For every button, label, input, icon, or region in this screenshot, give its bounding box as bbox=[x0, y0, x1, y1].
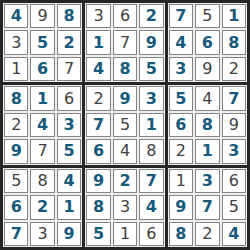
cell-r5c1[interactable]: 2 bbox=[4, 113, 28, 137]
cell-r2c1[interactable]: 3 bbox=[4, 30, 28, 54]
cell-r5c9[interactable]: 9 bbox=[222, 113, 246, 137]
cell-r4c3[interactable]: 6 bbox=[57, 86, 81, 110]
cell-r2c4[interactable]: 1 bbox=[86, 30, 110, 54]
cell-r4c7[interactable]: 5 bbox=[169, 86, 193, 110]
box-2-2: 293751648 bbox=[85, 85, 164, 164]
cell-r4c9[interactable]: 7 bbox=[222, 86, 246, 110]
cell-r6c6[interactable]: 8 bbox=[139, 139, 163, 163]
cell-r5c3[interactable]: 3 bbox=[57, 113, 81, 137]
cell-r5c4[interactable]: 7 bbox=[86, 113, 110, 137]
cell-r8c3[interactable]: 1 bbox=[57, 195, 81, 219]
cell-r1c7[interactable]: 7 bbox=[169, 4, 193, 28]
cell-r4c2[interactable]: 1 bbox=[30, 86, 54, 110]
cell-r9c4[interactable]: 5 bbox=[86, 222, 110, 246]
cell-r2c6[interactable]: 9 bbox=[139, 30, 163, 54]
cell-r1c1[interactable]: 4 bbox=[4, 4, 28, 28]
cell-r9c9[interactable]: 4 bbox=[222, 222, 246, 246]
cell-r9c6[interactable]: 6 bbox=[139, 222, 163, 246]
cell-r3c4[interactable]: 4 bbox=[86, 57, 110, 81]
cell-r8c9[interactable]: 5 bbox=[222, 195, 246, 219]
cell-r9c7[interactable]: 8 bbox=[169, 222, 193, 246]
cell-r4c8[interactable]: 4 bbox=[195, 86, 219, 110]
cell-r1c5[interactable]: 6 bbox=[113, 4, 137, 28]
cell-r2c7[interactable]: 4 bbox=[169, 30, 193, 54]
cell-r7c5[interactable]: 2 bbox=[113, 169, 137, 193]
cell-r3c6[interactable]: 5 bbox=[139, 57, 163, 81]
box-2-3: 547689213 bbox=[168, 85, 247, 164]
cell-r3c7[interactable]: 3 bbox=[169, 57, 193, 81]
cell-r5c5[interactable]: 5 bbox=[113, 113, 137, 137]
cell-r4c6[interactable]: 3 bbox=[139, 86, 163, 110]
cell-r2c9[interactable]: 8 bbox=[222, 30, 246, 54]
cell-r6c7[interactable]: 2 bbox=[169, 139, 193, 163]
cell-r8c4[interactable]: 8 bbox=[86, 195, 110, 219]
cell-r5c7[interactable]: 6 bbox=[169, 113, 193, 137]
cell-r8c1[interactable]: 6 bbox=[4, 195, 28, 219]
box-1-2: 362179485 bbox=[85, 3, 164, 82]
cell-r8c2[interactable]: 2 bbox=[30, 195, 54, 219]
cell-r6c3[interactable]: 5 bbox=[57, 139, 81, 163]
cell-r8c6[interactable]: 4 bbox=[139, 195, 163, 219]
cell-r6c9[interactable]: 3 bbox=[222, 139, 246, 163]
cell-r7c7[interactable]: 1 bbox=[169, 169, 193, 193]
cell-r2c8[interactable]: 6 bbox=[195, 30, 219, 54]
cell-r1c6[interactable]: 2 bbox=[139, 4, 163, 28]
cell-r1c4[interactable]: 3 bbox=[86, 4, 110, 28]
cell-r9c8[interactable]: 2 bbox=[195, 222, 219, 246]
box-2-1: 816243975 bbox=[3, 85, 82, 164]
cell-r6c8[interactable]: 1 bbox=[195, 139, 219, 163]
cell-r4c5[interactable]: 9 bbox=[113, 86, 137, 110]
cell-r8c5[interactable]: 3 bbox=[113, 195, 137, 219]
cell-r9c1[interactable]: 7 bbox=[4, 222, 28, 246]
cell-r8c7[interactable]: 9 bbox=[169, 195, 193, 219]
box-3-1: 584621739 bbox=[3, 168, 82, 247]
cell-r7c3[interactable]: 4 bbox=[57, 169, 81, 193]
cell-r6c5[interactable]: 4 bbox=[113, 139, 137, 163]
cell-r9c5[interactable]: 1 bbox=[113, 222, 137, 246]
cell-r7c4[interactable]: 9 bbox=[86, 169, 110, 193]
cell-r1c9[interactable]: 1 bbox=[222, 4, 246, 28]
box-1-1: 498352167 bbox=[3, 3, 82, 82]
cell-r7c2[interactable]: 8 bbox=[30, 169, 54, 193]
cell-r9c3[interactable]: 9 bbox=[57, 222, 81, 246]
cell-r9c2[interactable]: 3 bbox=[30, 222, 54, 246]
cell-r1c2[interactable]: 9 bbox=[30, 4, 54, 28]
cell-r3c9[interactable]: 2 bbox=[222, 57, 246, 81]
cell-r7c6[interactable]: 7 bbox=[139, 169, 163, 193]
cell-r7c9[interactable]: 6 bbox=[222, 169, 246, 193]
cell-r3c3[interactable]: 7 bbox=[57, 57, 81, 81]
cell-r7c1[interactable]: 5 bbox=[4, 169, 28, 193]
cell-r1c3[interactable]: 8 bbox=[57, 4, 81, 28]
cell-r6c2[interactable]: 7 bbox=[30, 139, 54, 163]
box-3-2: 927834516 bbox=[85, 168, 164, 247]
cell-r8c8[interactable]: 7 bbox=[195, 195, 219, 219]
sudoku-board: 4983521673621794857514683928162439752937… bbox=[0, 0, 250, 250]
cell-r4c4[interactable]: 2 bbox=[86, 86, 110, 110]
cell-r1c8[interactable]: 5 bbox=[195, 4, 219, 28]
cell-r6c4[interactable]: 6 bbox=[86, 139, 110, 163]
cell-r4c1[interactable]: 8 bbox=[4, 86, 28, 110]
cell-r3c1[interactable]: 1 bbox=[4, 57, 28, 81]
box-1-3: 751468392 bbox=[168, 3, 247, 82]
cell-r7c8[interactable]: 3 bbox=[195, 169, 219, 193]
cell-r5c6[interactable]: 1 bbox=[139, 113, 163, 137]
cell-r3c2[interactable]: 6 bbox=[30, 57, 54, 81]
cell-r2c3[interactable]: 2 bbox=[57, 30, 81, 54]
cell-r3c5[interactable]: 8 bbox=[113, 57, 137, 81]
box-3-3: 136975824 bbox=[168, 168, 247, 247]
cell-r2c2[interactable]: 5 bbox=[30, 30, 54, 54]
cell-r5c2[interactable]: 4 bbox=[30, 113, 54, 137]
cell-r2c5[interactable]: 7 bbox=[113, 30, 137, 54]
cell-r3c8[interactable]: 9 bbox=[195, 57, 219, 81]
cell-r5c8[interactable]: 8 bbox=[195, 113, 219, 137]
cell-r6c1[interactable]: 9 bbox=[4, 139, 28, 163]
